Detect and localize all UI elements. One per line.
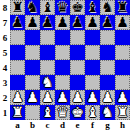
square-c7[interactable]: ♟ — [40, 15, 55, 30]
square-b4[interactable] — [25, 60, 40, 75]
square-b7[interactable]: ♟ — [25, 15, 40, 30]
square-b8[interactable]: ♞ — [25, 0, 40, 15]
rank-label-1: 1 — [0, 105, 10, 120]
rank-label-8: 8 — [0, 0, 10, 15]
piece-black-rook[interactable]: ♜ — [11, 0, 24, 15]
square-c5[interactable] — [40, 45, 55, 60]
piece-black-knight[interactable]: ♞ — [101, 0, 114, 15]
square-e4[interactable] — [70, 60, 85, 75]
square-e2[interactable]: ♟ — [70, 90, 85, 105]
square-d3[interactable] — [55, 75, 70, 90]
chess-board[interactable]: ♜♞♝♛♚♝♞♜♟♟♟♟♟♟♟♟♞♟♟♟♟♟♟♟♟♜♝♛♚♝♞♜ — [10, 0, 130, 120]
square-f6[interactable] — [85, 30, 100, 45]
piece-black-bishop[interactable]: ♝ — [86, 0, 99, 15]
square-d5[interactable] — [55, 45, 70, 60]
piece-white-rook[interactable]: ♜ — [11, 105, 24, 120]
square-h7[interactable]: ♟ — [115, 15, 130, 30]
square-c2[interactable]: ♟ — [40, 90, 55, 105]
piece-white-pawn[interactable]: ♟ — [56, 90, 69, 105]
square-b5[interactable] — [25, 45, 40, 60]
square-h4[interactable] — [115, 60, 130, 75]
rank-label-2: 2 — [0, 90, 10, 105]
square-g4[interactable] — [100, 60, 115, 75]
rank-label-5: 5 — [0, 45, 10, 60]
square-a6[interactable] — [10, 30, 25, 45]
piece-white-knight[interactable]: ♞ — [41, 75, 54, 90]
square-f2[interactable]: ♟ — [85, 90, 100, 105]
square-h5[interactable] — [115, 45, 130, 60]
piece-black-pawn[interactable]: ♟ — [71, 15, 84, 30]
square-g3[interactable] — [100, 75, 115, 90]
square-b2[interactable]: ♟ — [25, 90, 40, 105]
square-a7[interactable]: ♟ — [10, 15, 25, 30]
square-h3[interactable] — [115, 75, 130, 90]
piece-white-pawn[interactable]: ♟ — [71, 90, 84, 105]
piece-white-knight[interactable]: ♞ — [101, 105, 114, 120]
file-label-e: e — [70, 120, 85, 130]
square-f5[interactable] — [85, 45, 100, 60]
piece-white-pawn[interactable]: ♟ — [101, 90, 114, 105]
square-c1[interactable]: ♝ — [40, 105, 55, 120]
piece-black-pawn[interactable]: ♟ — [41, 15, 54, 30]
square-a2[interactable]: ♟ — [10, 90, 25, 105]
square-c3[interactable]: ♞ — [40, 75, 55, 90]
file-label-b: b — [25, 120, 40, 130]
chess-board-window: 87654321 ♜♞♝♛♚♝♞♜♟♟♟♟♟♟♟♟♞♟♟♟♟♟♟♟♟♜♝♛♚♝♞… — [0, 0, 130, 130]
rank-labels: 87654321 — [0, 0, 10, 120]
file-labels: abcdefgh — [10, 120, 130, 130]
square-a1[interactable]: ♜ — [10, 105, 25, 120]
square-a4[interactable] — [10, 60, 25, 75]
square-c8[interactable]: ♝ — [40, 0, 55, 15]
file-label-d: d — [55, 120, 70, 130]
square-h1[interactable]: ♜ — [115, 105, 130, 120]
piece-white-bishop[interactable]: ♝ — [86, 105, 99, 120]
piece-white-pawn[interactable]: ♟ — [86, 90, 99, 105]
rank-label-4: 4 — [0, 60, 10, 75]
piece-white-pawn[interactable]: ♟ — [11, 90, 24, 105]
piece-black-pawn[interactable]: ♟ — [11, 15, 24, 30]
piece-black-knight[interactable]: ♞ — [26, 0, 39, 15]
piece-black-pawn[interactable]: ♟ — [116, 15, 129, 30]
piece-white-pawn[interactable]: ♟ — [26, 90, 39, 105]
square-f1[interactable]: ♝ — [85, 105, 100, 120]
file-label-f: f — [85, 120, 100, 130]
square-d2[interactable]: ♟ — [55, 90, 70, 105]
square-g7[interactable]: ♟ — [100, 15, 115, 30]
square-h2[interactable]: ♟ — [115, 90, 130, 105]
piece-white-pawn[interactable]: ♟ — [41, 90, 54, 105]
piece-white-bishop[interactable]: ♝ — [41, 105, 54, 120]
piece-white-pawn[interactable]: ♟ — [116, 90, 129, 105]
square-g5[interactable] — [100, 45, 115, 60]
piece-white-king[interactable]: ♚ — [71, 105, 84, 120]
square-c4[interactable] — [40, 60, 55, 75]
piece-black-pawn[interactable]: ♟ — [101, 15, 114, 30]
square-d6[interactable] — [55, 30, 70, 45]
square-f8[interactable]: ♝ — [85, 0, 100, 15]
square-a8[interactable]: ♜ — [10, 0, 25, 15]
piece-white-queen[interactable]: ♛ — [56, 105, 69, 120]
square-e6[interactable] — [70, 30, 85, 45]
square-f4[interactable] — [85, 60, 100, 75]
square-b3[interactable] — [25, 75, 40, 90]
piece-black-queen[interactable]: ♛ — [56, 0, 69, 15]
square-e3[interactable] — [70, 75, 85, 90]
file-label-c: c — [40, 120, 55, 130]
rank-label-6: 6 — [0, 30, 10, 45]
piece-black-bishop[interactable]: ♝ — [41, 0, 54, 15]
piece-black-pawn[interactable]: ♟ — [56, 15, 69, 30]
piece-black-pawn[interactable]: ♟ — [86, 15, 99, 30]
square-b6[interactable] — [25, 30, 40, 45]
file-label-g: g — [100, 120, 115, 130]
square-g2[interactable]: ♟ — [100, 90, 115, 105]
square-d8[interactable]: ♛ — [55, 0, 70, 15]
square-b1[interactable] — [25, 105, 40, 120]
square-e1[interactable]: ♚ — [70, 105, 85, 120]
square-f3[interactable] — [85, 75, 100, 90]
square-d4[interactable] — [55, 60, 70, 75]
piece-black-rook[interactable]: ♜ — [116, 0, 129, 15]
file-label-h: h — [115, 120, 130, 130]
square-e7[interactable]: ♟ — [70, 15, 85, 30]
square-g6[interactable] — [100, 30, 115, 45]
square-c6[interactable] — [40, 30, 55, 45]
square-f7[interactable]: ♟ — [85, 15, 100, 30]
piece-white-rook[interactable]: ♜ — [116, 105, 129, 120]
square-d7[interactable]: ♟ — [55, 15, 70, 30]
square-h8[interactable]: ♜ — [115, 0, 130, 15]
square-a3[interactable] — [10, 75, 25, 90]
square-g1[interactable]: ♞ — [100, 105, 115, 120]
square-a5[interactable] — [10, 45, 25, 60]
piece-black-pawn[interactable]: ♟ — [26, 15, 39, 30]
square-e5[interactable] — [70, 45, 85, 60]
rank-label-7: 7 — [0, 15, 10, 30]
square-d1[interactable]: ♛ — [55, 105, 70, 120]
file-label-a: a — [10, 120, 25, 130]
square-e8[interactable]: ♚ — [70, 0, 85, 15]
square-h6[interactable] — [115, 30, 130, 45]
rank-label-3: 3 — [0, 75, 10, 90]
square-g8[interactable]: ♞ — [100, 0, 115, 15]
piece-black-king[interactable]: ♚ — [71, 0, 84, 15]
